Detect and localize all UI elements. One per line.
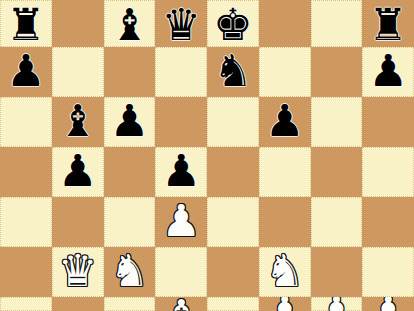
square-b2[interactable] [52, 297, 104, 311]
square-e7[interactable]: ♞ [207, 47, 259, 97]
white-knight[interactable]: ♞ [110, 249, 149, 293]
square-b3[interactable]: ♛ [52, 247, 104, 297]
square-c8[interactable]: ♝ [104, 0, 156, 47]
square-f2[interactable]: ♟ [259, 297, 311, 311]
square-g2[interactable]: ♟ [311, 297, 363, 311]
square-g3[interactable] [311, 247, 363, 297]
square-h7[interactable]: ♟ [362, 47, 414, 97]
square-d3[interactable] [155, 247, 207, 297]
square-c7[interactable] [104, 47, 156, 97]
square-a8[interactable]: ♜ [0, 0, 52, 47]
white-bishop[interactable]: ♝ [161, 297, 200, 311]
square-d7[interactable] [155, 47, 207, 97]
square-f7[interactable] [259, 47, 311, 97]
black-rook[interactable]: ♜ [6, 3, 45, 47]
square-a3[interactable] [0, 247, 52, 297]
square-g4[interactable] [311, 197, 363, 247]
white-knight[interactable]: ♞ [265, 249, 304, 293]
square-a6[interactable] [0, 97, 52, 147]
square-h4[interactable] [362, 197, 414, 247]
square-b4[interactable] [52, 197, 104, 247]
square-b7[interactable] [52, 47, 104, 97]
white-pawn[interactable]: ♟ [368, 297, 407, 311]
white-pawn[interactable]: ♟ [161, 199, 200, 243]
square-h5[interactable] [362, 147, 414, 197]
black-king[interactable]: ♚ [213, 3, 252, 47]
square-d6[interactable] [155, 97, 207, 147]
square-f4[interactable] [259, 197, 311, 247]
square-g7[interactable] [311, 47, 363, 97]
square-f8[interactable] [259, 0, 311, 47]
square-f6[interactable]: ♟ [259, 97, 311, 147]
square-a2[interactable] [0, 297, 52, 311]
square-h2[interactable]: ♟ [362, 297, 414, 311]
square-g6[interactable] [311, 97, 363, 147]
square-e2[interactable] [207, 297, 259, 311]
chess-app-window: ♜♝♛♚♜♟♞♟♝♟♟♟♟♟♛♞♞♝♟♟♟ [0, 0, 414, 311]
square-f5[interactable] [259, 147, 311, 197]
square-b5[interactable]: ♟ [52, 147, 104, 197]
square-e6[interactable] [207, 97, 259, 147]
square-h3[interactable] [362, 247, 414, 297]
square-e3[interactable] [207, 247, 259, 297]
black-pawn[interactable]: ♟ [6, 49, 45, 93]
black-pawn[interactable]: ♟ [110, 99, 149, 143]
square-d5[interactable]: ♟ [155, 147, 207, 197]
square-c5[interactable] [104, 147, 156, 197]
square-c6[interactable]: ♟ [104, 97, 156, 147]
square-c3[interactable]: ♞ [104, 247, 156, 297]
square-g5[interactable] [311, 147, 363, 197]
square-d4[interactable]: ♟ [155, 197, 207, 247]
white-pawn[interactable]: ♟ [265, 297, 304, 311]
black-knight[interactable]: ♞ [213, 49, 252, 93]
square-e8[interactable]: ♚ [207, 0, 259, 47]
square-h6[interactable] [362, 97, 414, 147]
square-c4[interactable] [104, 197, 156, 247]
square-e4[interactable] [207, 197, 259, 247]
square-a5[interactable] [0, 147, 52, 197]
square-f3[interactable]: ♞ [259, 247, 311, 297]
square-b8[interactable] [52, 0, 104, 47]
chess-board: ♜♝♛♚♜♟♞♟♝♟♟♟♟♟♛♞♞♝♟♟♟ [0, 0, 414, 311]
black-rook[interactable]: ♜ [368, 3, 407, 47]
square-a4[interactable] [0, 197, 52, 247]
square-h8[interactable]: ♜ [362, 0, 414, 47]
white-queen[interactable]: ♛ [58, 249, 97, 293]
square-d2[interactable]: ♝ [155, 297, 207, 311]
black-bishop[interactable]: ♝ [110, 3, 149, 47]
black-bishop[interactable]: ♝ [58, 99, 97, 143]
black-queen[interactable]: ♛ [161, 3, 200, 47]
black-pawn[interactable]: ♟ [161, 149, 200, 193]
square-e5[interactable] [207, 147, 259, 197]
square-b6[interactable]: ♝ [52, 97, 104, 147]
square-d8[interactable]: ♛ [155, 0, 207, 47]
black-pawn[interactable]: ♟ [368, 49, 407, 93]
black-pawn[interactable]: ♟ [58, 149, 97, 193]
square-c2[interactable] [104, 297, 156, 311]
white-pawn[interactable]: ♟ [317, 297, 356, 311]
black-pawn[interactable]: ♟ [265, 99, 304, 143]
square-g8[interactable] [311, 0, 363, 47]
square-a7[interactable]: ♟ [0, 47, 52, 97]
